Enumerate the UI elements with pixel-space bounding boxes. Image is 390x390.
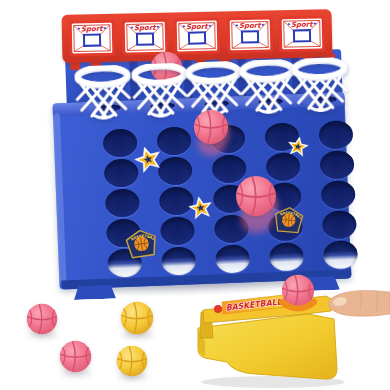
game-photo: ✦ ✦ Sport ✦✦ Sport ✦✦ Sp xyxy=(0,0,390,390)
board-hole-r1c2[interactable] xyxy=(157,126,192,155)
board-hole-r5c5[interactable] xyxy=(323,240,358,269)
board-left-edge xyxy=(53,113,67,283)
board-hole-r2c5[interactable] xyxy=(320,150,355,179)
basketball-badge-sticker-1: BASKETBALL xyxy=(123,227,160,260)
mini-backboard: ✦✦ Sport xyxy=(226,16,273,53)
svg-text:✦: ✦ xyxy=(313,20,317,26)
board-hole-r1c5[interactable] xyxy=(318,120,353,149)
hoop-4[interactable] xyxy=(239,59,297,115)
svg-text:✦: ✦ xyxy=(260,22,264,28)
svg-text:✦: ✦ xyxy=(208,23,212,29)
hoop-2[interactable] xyxy=(131,63,189,119)
mini-backboard: ✦ ✦ Sport xyxy=(69,20,116,57)
label-ball-icon xyxy=(214,305,222,313)
loose-ball-pink-1[interactable] xyxy=(26,303,58,335)
backboard-logo-text: Sport xyxy=(133,24,156,32)
finger xyxy=(328,290,390,316)
backboard-logo-text: Sport xyxy=(186,23,209,31)
board-hole-r4c5[interactable] xyxy=(322,210,357,239)
basketball-badge-sticker-2: BASKETBALL xyxy=(272,205,305,234)
star-sticker-2 xyxy=(286,135,310,159)
board-hole-r3c5[interactable] xyxy=(321,180,356,209)
loose-ball-yellow-1[interactable] xyxy=(120,301,154,335)
launcher-base xyxy=(198,314,337,379)
mini-backboard: ✦✦ Sport xyxy=(174,18,221,55)
board-hole-r3c1[interactable] xyxy=(105,188,140,217)
ball-pink-bouncing-col4[interactable] xyxy=(235,175,277,217)
backboard-logo-text: Sport xyxy=(291,21,314,29)
loose-ball-pink-2[interactable] xyxy=(59,340,92,373)
board-hole-r2c1[interactable] xyxy=(104,158,139,187)
loose-ball-yellow-2[interactable] xyxy=(116,345,148,377)
ball-pink-falling-col3[interactable] xyxy=(193,109,229,145)
star-sticker-3 xyxy=(187,194,215,222)
hoop-5[interactable] xyxy=(291,57,349,113)
mini-backboard: ✦✦ Sport xyxy=(279,15,326,52)
backboard-logo-text: Sport xyxy=(238,22,261,30)
backboard-logo-text: Sport xyxy=(81,25,104,33)
ball-launcher[interactable]: BASKETBALL xyxy=(188,266,390,390)
hoop-1[interactable] xyxy=(74,65,132,121)
board-foot-left xyxy=(74,284,117,300)
svg-text:✦: ✦ xyxy=(155,24,159,30)
svg-text:✦: ✦ xyxy=(103,25,107,31)
